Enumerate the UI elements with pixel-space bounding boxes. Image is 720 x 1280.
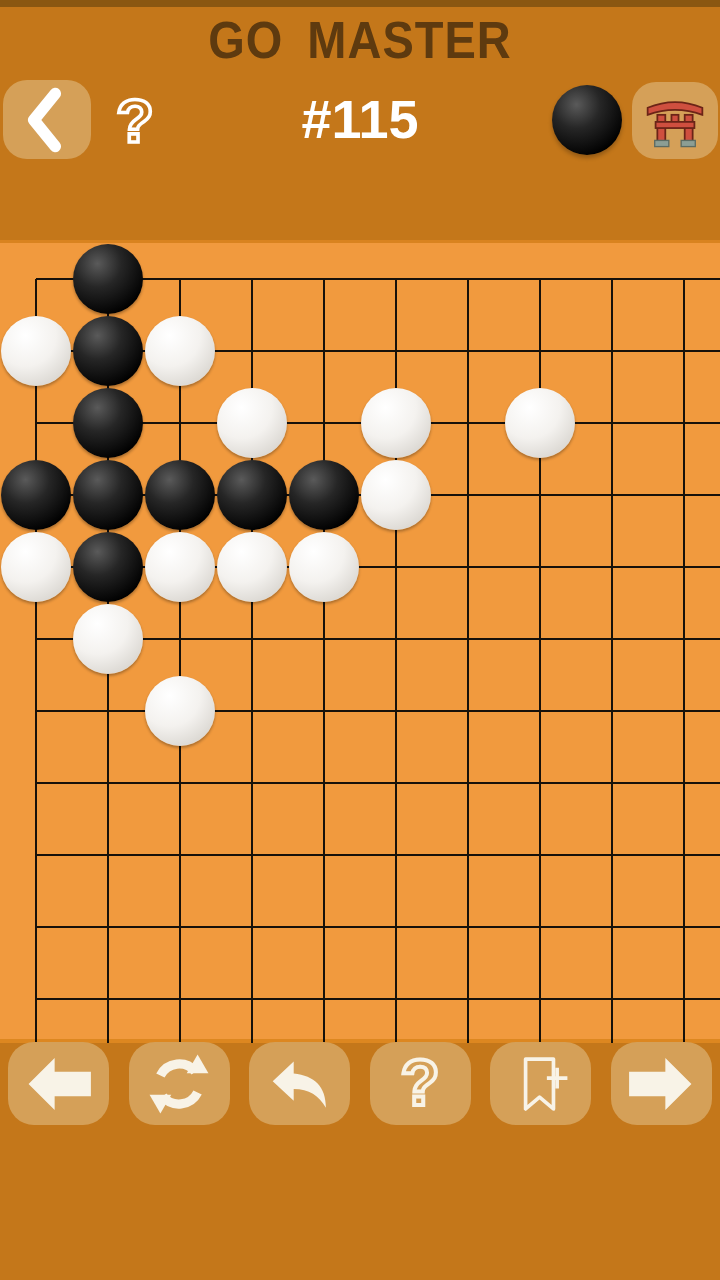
turn-indicator-black-stone <box>552 85 622 155</box>
stone-white <box>505 388 575 458</box>
grid-line-v <box>35 279 37 1043</box>
next-problem-button[interactable] <box>611 1042 712 1125</box>
grid-line-h <box>36 998 720 1000</box>
grid-line-h <box>36 854 720 856</box>
stone-white <box>145 676 215 746</box>
stone-black <box>73 316 143 386</box>
question-mark-icon: ? <box>395 1049 445 1119</box>
stone-white <box>217 388 287 458</box>
grid-line-h <box>36 926 720 928</box>
back-button[interactable] <box>3 80 91 159</box>
stone-black <box>73 460 143 530</box>
stone-white <box>1 532 71 602</box>
stone-white <box>361 460 431 530</box>
question-mark-icon: ? <box>110 88 160 156</box>
previous-problem-button[interactable] <box>8 1042 109 1125</box>
stone-white <box>361 388 431 458</box>
stone-black <box>1 460 71 530</box>
bookmark-button[interactable] <box>490 1042 591 1125</box>
refresh-icon <box>148 1053 210 1115</box>
undo-arrow-icon <box>267 1056 333 1112</box>
arrow-left-icon <box>22 1055 96 1113</box>
arrow-right-icon <box>624 1055 698 1113</box>
stone-black <box>73 532 143 602</box>
stone-black <box>217 460 287 530</box>
app-screen: GO MASTER ? #115 <box>0 0 720 1280</box>
go-board[interactable] <box>0 240 720 1043</box>
bookmark-plus-icon <box>508 1054 574 1114</box>
stone-white <box>217 532 287 602</box>
stone-white <box>1 316 71 386</box>
status-bar-strip <box>0 0 720 7</box>
stone-black <box>289 460 359 530</box>
grid-line-v <box>467 279 469 1043</box>
app-title: GO MASTER <box>0 9 720 70</box>
grid-line-v <box>323 279 325 1043</box>
svg-text:?: ? <box>401 1049 440 1119</box>
svg-text:?: ? <box>116 88 154 155</box>
stone-black <box>145 460 215 530</box>
grid-line-h <box>36 782 720 784</box>
stone-white <box>73 604 143 674</box>
stone-white <box>145 532 215 602</box>
grid-line-v <box>179 279 181 1043</box>
stone-black <box>73 244 143 314</box>
grid-line-v <box>611 279 613 1043</box>
shrine-button[interactable] <box>632 82 718 159</box>
header-help-button[interactable]: ? <box>110 88 160 156</box>
toolbar: ? <box>0 1042 720 1125</box>
hint-button[interactable]: ? <box>370 1042 471 1125</box>
stone-white <box>145 316 215 386</box>
stone-black <box>73 388 143 458</box>
torii-gate-icon <box>645 93 705 149</box>
undo-button[interactable] <box>249 1042 350 1125</box>
stone-white <box>289 532 359 602</box>
chevron-left-icon <box>21 87 73 153</box>
grid-line-h <box>36 710 720 712</box>
grid-line-v <box>683 279 685 1043</box>
restart-button[interactable] <box>129 1042 230 1125</box>
